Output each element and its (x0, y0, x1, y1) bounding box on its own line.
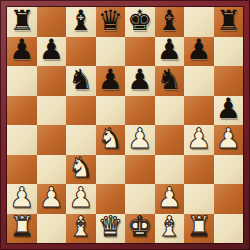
square-c2[interactable]: ♟ (66, 184, 96, 214)
square-e1[interactable]: ♚ (125, 214, 155, 244)
black-pawn-a7: ♟ (9, 37, 34, 65)
square-f1[interactable]: ♝ (155, 214, 185, 244)
square-e5[interactable] (125, 96, 155, 126)
square-d2[interactable] (96, 184, 126, 214)
square-a4[interactable] (7, 125, 37, 155)
square-b7[interactable]: ♟ (37, 37, 67, 67)
square-f4[interactable] (155, 125, 185, 155)
white-pawn-f2: ♟ (157, 184, 182, 212)
square-h8[interactable]: ♜ (214, 7, 244, 37)
square-f3[interactable] (155, 155, 185, 185)
square-c8[interactable]: ♝ (66, 7, 96, 37)
square-c6[interactable]: ♞ (66, 66, 96, 96)
square-h6[interactable] (214, 66, 244, 96)
square-f5[interactable] (155, 96, 185, 126)
board-frame: ♜♝♛♚♝♜♟♟♟♟♞♟♟♞♟♞♟♟♟♞♟♟♟♟♜♝♛♚♝♜ (0, 0, 250, 250)
square-e3[interactable] (125, 155, 155, 185)
square-h1[interactable] (214, 214, 244, 244)
black-queen-d8: ♛ (98, 7, 123, 35)
square-g6[interactable] (184, 66, 214, 96)
square-h7[interactable] (214, 37, 244, 67)
square-a3[interactable] (7, 155, 37, 185)
square-c7[interactable] (66, 37, 96, 67)
square-c5[interactable] (66, 96, 96, 126)
white-pawn-a2: ♟ (9, 184, 34, 212)
square-d4[interactable]: ♞ (96, 125, 126, 155)
square-g3[interactable] (184, 155, 214, 185)
black-pawn-b7: ♟ (39, 37, 64, 65)
black-king-e8: ♚ (127, 7, 152, 35)
chess-board: ♜♝♛♚♝♜♟♟♟♟♞♟♟♞♟♞♟♟♟♞♟♟♟♟♜♝♛♚♝♜ (7, 7, 243, 243)
square-a2[interactable]: ♟ (7, 184, 37, 214)
black-rook-h8: ♜ (216, 7, 241, 35)
black-pawn-f7: ♟ (157, 37, 182, 65)
black-pawn-e6: ♟ (127, 66, 152, 94)
square-e7[interactable] (125, 37, 155, 67)
white-bishop-c1: ♝ (68, 214, 93, 242)
square-g5[interactable] (184, 96, 214, 126)
square-e4[interactable]: ♟ (125, 125, 155, 155)
square-a8[interactable]: ♜ (7, 7, 37, 37)
square-b4[interactable] (37, 125, 67, 155)
square-h2[interactable] (214, 184, 244, 214)
square-d3[interactable] (96, 155, 126, 185)
white-king-e1: ♚ (127, 214, 152, 242)
square-a1[interactable]: ♜ (7, 214, 37, 244)
white-pawn-b2: ♟ (39, 184, 64, 212)
square-d1[interactable]: ♛ (96, 214, 126, 244)
square-a7[interactable]: ♟ (7, 37, 37, 67)
square-b6[interactable] (37, 66, 67, 96)
white-bishop-f1: ♝ (157, 214, 182, 242)
white-knight-c3: ♞ (68, 155, 93, 183)
square-g2[interactable] (184, 184, 214, 214)
square-f6[interactable]: ♞ (155, 66, 185, 96)
square-h4[interactable]: ♟ (214, 125, 244, 155)
square-b1[interactable] (37, 214, 67, 244)
black-pawn-h5: ♟ (216, 96, 241, 124)
black-knight-f6: ♞ (157, 66, 182, 94)
white-queen-d1: ♛ (98, 214, 123, 242)
white-pawn-c2: ♟ (68, 184, 93, 212)
square-c3[interactable]: ♞ (66, 155, 96, 185)
square-e2[interactable] (125, 184, 155, 214)
square-a6[interactable] (7, 66, 37, 96)
white-pawn-e4: ♟ (127, 125, 152, 153)
square-b5[interactable] (37, 96, 67, 126)
white-pawn-h4: ♟ (216, 125, 241, 153)
black-knight-c6: ♞ (68, 66, 93, 94)
white-pawn-g4: ♟ (186, 125, 211, 153)
square-e6[interactable]: ♟ (125, 66, 155, 96)
square-d8[interactable]: ♛ (96, 7, 126, 37)
square-h3[interactable] (214, 155, 244, 185)
square-b8[interactable] (37, 7, 67, 37)
white-rook-g1: ♜ (186, 214, 211, 242)
black-pawn-g7: ♟ (186, 37, 211, 65)
square-b3[interactable] (37, 155, 67, 185)
white-knight-d4: ♞ (98, 125, 123, 153)
square-d7[interactable] (96, 37, 126, 67)
square-d6[interactable]: ♟ (96, 66, 126, 96)
square-a5[interactable] (7, 96, 37, 126)
square-g8[interactable] (184, 7, 214, 37)
black-bishop-f8: ♝ (157, 7, 182, 35)
square-f7[interactable]: ♟ (155, 37, 185, 67)
square-g7[interactable]: ♟ (184, 37, 214, 67)
square-g4[interactable]: ♟ (184, 125, 214, 155)
white-rook-a1: ♜ (9, 214, 34, 242)
square-b2[interactable]: ♟ (37, 184, 67, 214)
square-g1[interactable]: ♜ (184, 214, 214, 244)
square-d5[interactable] (96, 96, 126, 126)
square-h5[interactable]: ♟ (214, 96, 244, 126)
square-f2[interactable]: ♟ (155, 184, 185, 214)
square-c1[interactable]: ♝ (66, 214, 96, 244)
square-e8[interactable]: ♚ (125, 7, 155, 37)
black-pawn-d6: ♟ (98, 66, 123, 94)
square-f8[interactable]: ♝ (155, 7, 185, 37)
black-bishop-c8: ♝ (68, 7, 93, 35)
black-rook-a8: ♜ (9, 7, 34, 35)
square-c4[interactable] (66, 125, 96, 155)
